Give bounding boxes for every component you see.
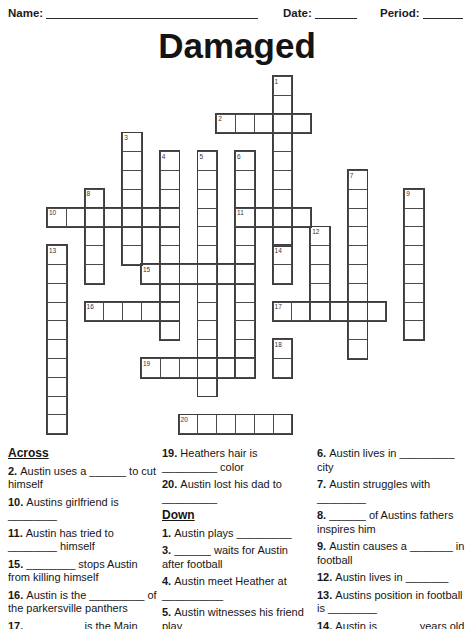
clue-text: Austin causes a _______ in football	[317, 540, 464, 566]
clue-number: 4.	[162, 575, 174, 587]
grid-cell[interactable]	[404, 189, 424, 209]
grid-cell[interactable]	[85, 189, 105, 209]
grid-cell[interactable]	[273, 95, 293, 115]
grid-cell[interactable]	[141, 358, 161, 378]
date-field: Date:	[283, 6, 357, 19]
clue-text: Austin is the _________ of the parkersvi…	[8, 589, 157, 615]
grid-cell[interactable]	[160, 151, 180, 171]
grid-cell[interactable]	[160, 283, 180, 303]
grid-cell[interactable]	[122, 302, 142, 322]
grid-cell[interactable]	[235, 189, 255, 209]
clue-text: Austin lives in _________ city	[317, 447, 455, 473]
across-section-header: Across	[8, 447, 158, 461]
name-label: Name:	[8, 7, 43, 19]
grid-cell[interactable]	[197, 283, 217, 303]
grid-cell[interactable]	[122, 226, 142, 246]
grid-cell[interactable]	[273, 114, 293, 134]
grid-cell[interactable]	[160, 302, 180, 322]
clue-text: Austin lost his dad to _________	[162, 478, 282, 504]
clue-item: 1. Austin plays _________	[162, 527, 312, 541]
grid-cell[interactable]	[47, 320, 67, 340]
grid-cell[interactable]	[141, 264, 161, 284]
crossword-worksheet: Name: Date: Period: Damaged 123456789101…	[0, 0, 474, 629]
grid-cell[interactable]	[404, 245, 424, 265]
grid-cell[interactable]	[122, 151, 142, 171]
period-field: Period:	[380, 6, 463, 19]
puzzle-title: Damaged	[0, 26, 474, 66]
grid-cell[interactable]	[197, 264, 217, 284]
grid-cell[interactable]	[85, 264, 105, 284]
clue-number: 15.	[8, 558, 26, 570]
grid-cell[interactable]	[235, 320, 255, 340]
grid-cell[interactable]	[47, 208, 67, 228]
grid-cell[interactable]	[197, 377, 217, 397]
worksheet-header: Name: Date: Period:	[8, 6, 466, 24]
grid-cell[interactable]	[404, 264, 424, 284]
grid-cell[interactable]	[273, 76, 293, 96]
clue-number: 3.	[162, 544, 174, 556]
grid-cell[interactable]	[160, 170, 180, 190]
grid-cell[interactable]	[273, 151, 293, 171]
grid-cell[interactable]	[404, 302, 424, 322]
grid-cell[interactable]	[310, 226, 330, 246]
clue-item: 17. _________ is the Main character	[8, 620, 158, 629]
grid-cell[interactable]	[235, 245, 255, 265]
grid-cell[interactable]	[141, 302, 161, 322]
grid-cell[interactable]	[47, 414, 67, 434]
grid-cell[interactable]	[404, 320, 424, 340]
grid-cell[interactable]	[216, 114, 236, 134]
clue-text: Austin meet Heather at __________	[162, 575, 287, 601]
period-label: Period:	[380, 7, 420, 19]
grid-cell[interactable]	[85, 208, 105, 228]
grid-cell[interactable]	[47, 283, 67, 303]
grid-cell[interactable]	[122, 170, 142, 190]
clue-text: _________ is the Main character	[8, 620, 138, 629]
grid-cell[interactable]	[160, 358, 180, 378]
grid-cell[interactable]	[310, 283, 330, 303]
clue-number: 16.	[8, 589, 26, 601]
clue-item: 16. Austin is the _________ of the parke…	[8, 589, 158, 616]
grid-cell[interactable]	[254, 208, 274, 228]
grid-cell[interactable]	[367, 302, 387, 322]
grid-cell[interactable]	[235, 358, 255, 378]
grid-cell[interactable]	[47, 396, 67, 416]
grid-cell[interactable]	[273, 132, 293, 152]
clue-number: 13.	[317, 589, 335, 601]
grid-cell[interactable]	[348, 189, 368, 209]
grid-cell[interactable]	[235, 208, 255, 228]
clue-text: ________ stops Austin from killing himse…	[8, 558, 138, 584]
grid-cell[interactable]	[179, 358, 199, 378]
grid-cell[interactable]	[216, 414, 236, 434]
grid-cell[interactable]	[235, 414, 255, 434]
grid-cell[interactable]	[85, 302, 105, 322]
grid-cell[interactable]	[179, 414, 199, 434]
crossword-grid: 1234567891011121314151617181920	[47, 76, 424, 434]
grid-cell[interactable]	[254, 414, 274, 434]
grid-cell[interactable]	[47, 358, 67, 378]
clue-column-2: 19. Heathers hair is _________ color20. …	[162, 447, 312, 629]
grid-cell[interactable]	[66, 208, 86, 228]
grid-cell[interactable]	[273, 414, 293, 434]
clue-text: Austin is ______ years old	[335, 620, 464, 629]
grid-cell[interactable]	[47, 245, 67, 265]
grid-cell[interactable]	[47, 264, 67, 284]
grid-cell[interactable]	[197, 320, 217, 340]
clue-item: 6. Austin lives in _________ city	[317, 447, 470, 474]
clue-number: 12.	[317, 571, 335, 583]
clue-text: ______ waits for Austin after football	[162, 544, 288, 570]
grid-cell[interactable]	[235, 302, 255, 322]
grid-cell[interactable]	[348, 264, 368, 284]
grid-cell[interactable]	[216, 264, 236, 284]
grid-cell[interactable]	[197, 302, 217, 322]
grid-cell[interactable]	[348, 245, 368, 265]
grid-cell[interactable]	[310, 245, 330, 265]
grid-cell[interactable]	[235, 339, 255, 359]
grid-cell[interactable]	[404, 208, 424, 228]
grid-cell[interactable]	[273, 226, 293, 246]
clue-number: 1.	[162, 527, 174, 539]
clue-number: 2.	[8, 465, 20, 477]
grid-cell[interactable]	[122, 245, 142, 265]
clue-item: 11. Austin has tried to ________ himself	[8, 527, 158, 554]
grid-cell[interactable]	[235, 264, 255, 284]
clue-item: 8. ______ of Austins fathers inspires hi…	[317, 509, 470, 536]
clue-item: 4. Austin meet Heather at __________	[162, 575, 312, 602]
grid-cell[interactable]	[235, 151, 255, 171]
grid-cell[interactable]	[273, 358, 293, 378]
date-blank-line[interactable]	[315, 6, 357, 19]
grid-cell[interactable]	[273, 189, 293, 209]
grid-cell[interactable]	[122, 208, 142, 228]
grid-cell[interactable]	[273, 264, 293, 284]
grid-cell[interactable]	[179, 264, 199, 284]
grid-cell[interactable]	[348, 226, 368, 246]
grid-cell[interactable]	[310, 264, 330, 284]
grid-cell[interactable]	[141, 208, 161, 228]
grid-cell[interactable]	[160, 264, 180, 284]
grid-cell[interactable]	[122, 132, 142, 152]
grid-cell[interactable]	[348, 208, 368, 228]
grid-cell[interactable]	[329, 302, 349, 322]
grid-cell[interactable]	[348, 283, 368, 303]
grid-cell[interactable]	[197, 208, 217, 228]
clue-number: 7.	[317, 478, 329, 490]
grid-cell[interactable]	[160, 320, 180, 340]
clue-item: 5. Austin witnesses his friend play ____…	[162, 606, 312, 629]
clue-item: 12. Austin lives in _______	[317, 571, 470, 585]
grid-cell[interactable]	[47, 302, 67, 322]
grid-cell[interactable]	[197, 245, 217, 265]
clue-number: 20.	[162, 478, 180, 490]
clue-number: 6.	[317, 447, 329, 459]
clue-text: Austin witnesses his friend play _______…	[162, 606, 304, 629]
name-blank-line[interactable]	[46, 6, 258, 19]
grid-cell[interactable]	[47, 377, 67, 397]
clue-item: 2. Austin uses a ______ to cut himself	[8, 465, 158, 492]
clue-number: 17.	[8, 620, 26, 629]
down-section-header: Down	[162, 509, 312, 523]
grid-cell[interactable]	[273, 170, 293, 190]
clue-item: 13. Austins position in football is ____…	[317, 589, 470, 616]
clue-number: 5.	[162, 606, 174, 618]
grid-cell[interactable]	[273, 302, 293, 322]
period-blank-line[interactable]	[423, 6, 463, 19]
grid-cell[interactable]	[235, 226, 255, 246]
clue-item: 19. Heathers hair is _________ color	[162, 447, 312, 474]
grid-cell[interactable]	[404, 226, 424, 246]
clue-item: 7. Austin struggles with ________	[317, 478, 470, 505]
clue-text: Austin lives in _______	[335, 571, 448, 583]
grid-cell[interactable]	[160, 245, 180, 265]
clue-number: 10.	[8, 496, 26, 508]
grid-cell[interactable]	[404, 283, 424, 303]
grid-cell[interactable]	[348, 339, 368, 359]
grid-cell[interactable]	[197, 358, 217, 378]
grid-cell[interactable]	[273, 245, 293, 265]
clue-number: 8.	[317, 509, 329, 521]
grid-cell[interactable]	[348, 302, 368, 322]
grid-cell[interactable]	[85, 226, 105, 246]
clue-text: Austins position in football is ________	[317, 589, 463, 615]
grid-cell[interactable]	[254, 114, 274, 134]
grid-cell[interactable]	[160, 189, 180, 209]
clue-column-1: Across2. Austin uses a ______ to cut him…	[8, 447, 158, 629]
grid-cell[interactable]	[348, 170, 368, 190]
grid-cell[interactable]	[160, 226, 180, 246]
grid-cell[interactable]	[122, 189, 142, 209]
clue-text: Austin struggles with ________	[317, 478, 430, 504]
clue-text: Austin plays _________	[174, 527, 291, 539]
grid-cell[interactable]	[291, 208, 311, 228]
clue-item: 20. Austin lost his dad to _________	[162, 478, 312, 505]
grid-cell[interactable]	[216, 358, 236, 378]
grid-cell[interactable]	[197, 339, 217, 359]
clue-item: 10. Austins girlfriend is ________	[8, 496, 158, 523]
grid-cell[interactable]	[273, 208, 293, 228]
grid-cell[interactable]	[197, 226, 217, 246]
grid-cell[interactable]	[197, 189, 217, 209]
name-field: Name:	[8, 6, 258, 19]
clue-number: 19.	[162, 447, 180, 459]
clue-column-3: 6. Austin lives in _________ city7. Aust…	[317, 447, 470, 629]
grid-cell[interactable]	[235, 114, 255, 134]
grid-cell[interactable]	[47, 339, 67, 359]
grid-cell[interactable]	[310, 302, 330, 322]
date-label: Date:	[283, 7, 312, 19]
clue-number: 9.	[317, 540, 329, 552]
grid-cell[interactable]	[197, 414, 217, 434]
grid-cell[interactable]	[103, 208, 123, 228]
clue-item: 14. Austin is ______ years old	[317, 620, 470, 629]
grid-cell[interactable]	[235, 170, 255, 190]
clue-text: ______ of Austins fathers inspires him	[317, 509, 453, 535]
clue-number: 14.	[317, 620, 335, 629]
clue-item: 9. Austin causes a _______ in football	[317, 540, 470, 567]
grid-cell[interactable]	[103, 302, 123, 322]
grid-cell[interactable]	[235, 283, 255, 303]
grid-cell[interactable]	[160, 208, 180, 228]
clue-item: 15. ________ stops Austin from killing h…	[8, 558, 158, 585]
grid-cell[interactable]	[197, 151, 217, 171]
grid-cell[interactable]	[273, 339, 293, 359]
grid-cell[interactable]	[85, 245, 105, 265]
grid-cell[interactable]	[291, 302, 311, 322]
grid-cell[interactable]	[348, 320, 368, 340]
clue-item: 3. ______ waits for Austin after footbal…	[162, 544, 312, 571]
grid-cell[interactable]	[197, 170, 217, 190]
clue-number: 11.	[8, 527, 26, 539]
clue-text: Austin uses a ______ to cut himself	[8, 465, 156, 491]
grid-cell[interactable]	[291, 114, 311, 134]
